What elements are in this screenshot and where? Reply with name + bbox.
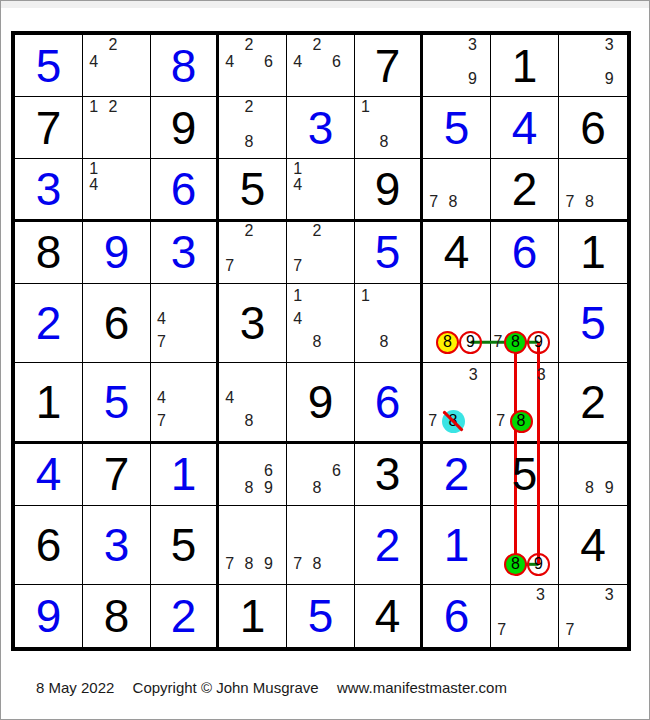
cell-r6c3[interactable]: 47 bbox=[151, 363, 219, 444]
empty-candidate-slot bbox=[393, 116, 412, 133]
cell-r2c7[interactable]: 5 bbox=[423, 97, 491, 159]
cell-r9c8[interactable]: 37 bbox=[491, 585, 559, 647]
cell-r5c3[interactable]: 47 bbox=[151, 284, 219, 363]
given-digit: 8 bbox=[83, 585, 150, 647]
candidate-2[interactable]: 2 bbox=[307, 36, 326, 53]
empty-candidate-slot bbox=[103, 133, 122, 150]
cell-r5c8[interactable]: 789 bbox=[491, 284, 559, 363]
candidate-8[interactable]: 8 bbox=[443, 194, 462, 211]
solved-digit: 5 bbox=[559, 284, 627, 362]
empty-candidate-slot bbox=[393, 308, 412, 331]
empty-candidate-slot bbox=[375, 285, 394, 308]
candidate-7[interactable]: 7 bbox=[424, 410, 442, 433]
given-digit: 2 bbox=[559, 363, 627, 441]
empty-candidate-slot bbox=[531, 604, 550, 622]
cell-r2c9[interactable]: 6 bbox=[559, 97, 627, 159]
empty-candidate-slot bbox=[327, 257, 346, 274]
empty-candidate-slot bbox=[463, 194, 482, 211]
empty-candidate-slot bbox=[327, 240, 346, 257]
cell-r5c7[interactable]: 89 bbox=[423, 284, 491, 363]
solved-digit: 3 bbox=[83, 506, 150, 584]
empty-candidate-slot bbox=[393, 285, 412, 308]
cell-r2c3[interactable]: 9 bbox=[151, 97, 219, 159]
cell-r3c5[interactable]: 14 bbox=[287, 159, 355, 221]
given-digit: 6 bbox=[15, 506, 82, 584]
pencil-marks: 378 bbox=[491, 363, 558, 441]
empty-candidate-slot bbox=[580, 604, 600, 622]
empty-candidate-slot bbox=[560, 71, 580, 88]
given-digit: 9 bbox=[287, 363, 354, 441]
pencil-marks: 28 bbox=[219, 97, 286, 158]
cell-r5c6[interactable]: 18 bbox=[355, 284, 423, 363]
candidate-8[interactable]: 8 bbox=[307, 331, 326, 354]
empty-candidate-slot bbox=[599, 445, 619, 462]
cell-r1c7[interactable]: 39 bbox=[423, 35, 491, 97]
empty-candidate-slot bbox=[580, 462, 600, 479]
empty-candidate-slot bbox=[189, 331, 208, 354]
empty-candidate-slot bbox=[599, 621, 619, 639]
cell-r4c8[interactable]: 6 bbox=[491, 222, 559, 284]
empty-candidate-slot bbox=[288, 223, 307, 240]
candidate-3[interactable]: 3 bbox=[463, 36, 482, 53]
candidate-7[interactable]: 7 bbox=[492, 621, 511, 639]
pencil-marks: 47 bbox=[151, 363, 216, 441]
empty-candidate-slot bbox=[171, 364, 190, 387]
cell-r3c3[interactable]: 6 bbox=[151, 159, 219, 221]
cell-r4c9[interactable]: 1 bbox=[559, 222, 627, 284]
candidate-8[interactable]: 8 bbox=[375, 133, 394, 150]
empty-candidate-slot bbox=[531, 621, 550, 639]
empty-candidate-slot bbox=[599, 462, 619, 479]
ring-circle-mark: 9 bbox=[459, 331, 482, 354]
empty-candidate-slot bbox=[288, 331, 307, 354]
candidate-3[interactable]: 3 bbox=[599, 586, 619, 604]
cell-r2c1[interactable]: 7 bbox=[15, 97, 83, 159]
empty-candidate-slot bbox=[259, 223, 278, 240]
candidate-7[interactable]: 7 bbox=[220, 553, 239, 576]
cell-r6c7[interactable]: 378 bbox=[423, 363, 491, 444]
solved-digit: 1 bbox=[423, 506, 490, 584]
candidate-7[interactable]: 7 bbox=[492, 410, 510, 433]
cell-r8c2[interactable]: 3 bbox=[83, 506, 151, 585]
candidate-8[interactable]: 8 bbox=[375, 331, 394, 354]
empty-candidate-slot bbox=[327, 553, 346, 576]
empty-candidate-slot bbox=[424, 53, 443, 70]
candidate-4[interactable]: 4 bbox=[152, 387, 171, 410]
candidate-4[interactable]: 4 bbox=[152, 308, 171, 331]
footer-copyright: Copyright © John Musgrave bbox=[133, 679, 319, 696]
empty-candidate-slot bbox=[580, 177, 600, 194]
empty-candidate-slot bbox=[220, 410, 239, 433]
cell-r2c8[interactable]: 4 bbox=[491, 97, 559, 159]
empty-candidate-slot bbox=[123, 160, 142, 177]
cell-r7c7[interactable]: 2 bbox=[423, 444, 491, 506]
cell-r4c4[interactable]: 27 bbox=[219, 222, 287, 284]
cell-r3c4[interactable]: 5 bbox=[219, 159, 287, 221]
pencil-marks: 14 bbox=[83, 159, 150, 218]
ring-circle-mark: 9 bbox=[527, 331, 550, 354]
candidate-1[interactable]: 1 bbox=[356, 285, 375, 308]
candidate-7[interactable]: 7 bbox=[288, 257, 307, 274]
candidate-2[interactable]: 2 bbox=[239, 98, 258, 115]
cell-r7c8[interactable]: 5 bbox=[491, 444, 559, 506]
candidate-7[interactable]: 7 bbox=[424, 194, 443, 211]
cell-r1c9[interactable]: 39 bbox=[559, 35, 627, 97]
candidate-6[interactable]: 6 bbox=[327, 53, 346, 70]
candidate-9[interactable]: 9 bbox=[459, 331, 482, 354]
empty-candidate-slot bbox=[560, 462, 580, 479]
empty-candidate-slot bbox=[288, 530, 307, 553]
cell-r7c1[interactable]: 4 bbox=[15, 444, 83, 506]
pencil-marks: 689 bbox=[219, 444, 286, 505]
cell-r6c9[interactable]: 2 bbox=[559, 363, 627, 444]
cell-r4c3[interactable]: 3 bbox=[151, 222, 219, 284]
candidate-9[interactable]: 9 bbox=[527, 331, 550, 354]
cell-r7c5[interactable]: 68 bbox=[287, 444, 355, 506]
empty-candidate-slot bbox=[463, 53, 482, 70]
candidate-7[interactable]: 7 bbox=[152, 410, 171, 433]
empty-candidate-slot bbox=[436, 308, 459, 331]
candidate-9[interactable]: 9 bbox=[599, 71, 619, 88]
solved-digit: 3 bbox=[287, 97, 354, 158]
candidate-6[interactable]: 6 bbox=[327, 462, 346, 479]
cell-r1c6[interactable]: 7 bbox=[355, 35, 423, 97]
candidate-3[interactable]: 3 bbox=[531, 586, 550, 604]
empty-candidate-slot bbox=[259, 116, 278, 133]
empty-candidate-slot bbox=[171, 331, 190, 354]
footer: 8 May 2022 Copyright © John Musgrave www… bbox=[36, 679, 521, 696]
cell-r5c1[interactable]: 2 bbox=[15, 284, 83, 363]
candidate-7[interactable]: 7 bbox=[152, 331, 171, 354]
empty-candidate-slot bbox=[424, 387, 442, 410]
empty-candidate-slot bbox=[504, 507, 527, 530]
candidate-1[interactable]: 1 bbox=[356, 98, 375, 115]
footer-website[interactable]: www.manifestmaster.com bbox=[337, 679, 507, 696]
empty-candidate-slot bbox=[424, 308, 436, 331]
empty-candidate-slot bbox=[307, 71, 326, 88]
pencil-marks: 47 bbox=[151, 284, 216, 362]
empty-candidate-slot bbox=[239, 387, 258, 410]
candidate-3[interactable]: 3 bbox=[533, 364, 551, 387]
cell-r8c3[interactable]: 5 bbox=[151, 506, 219, 585]
empty-candidate-slot bbox=[599, 177, 619, 194]
empty-candidate-slot bbox=[327, 71, 346, 88]
candidate-4[interactable]: 4 bbox=[288, 308, 307, 331]
given-digit: 7 bbox=[83, 444, 150, 505]
candidate-8[interactable]: 8 bbox=[239, 479, 258, 496]
empty-candidate-slot bbox=[580, 586, 600, 604]
empty-candidate-slot bbox=[492, 387, 510, 410]
elimination-slash-icon bbox=[442, 411, 463, 432]
cell-r9c2[interactable]: 8 bbox=[83, 585, 151, 647]
candidate-9[interactable]: 9 bbox=[259, 479, 278, 496]
cell-r9c1[interactable]: 9 bbox=[15, 585, 83, 647]
empty-candidate-slot bbox=[459, 308, 482, 331]
cell-r9c9[interactable]: 37 bbox=[559, 585, 627, 647]
cell-r1c1[interactable]: 5 bbox=[15, 35, 83, 97]
candidate-1[interactable]: 1 bbox=[84, 98, 103, 115]
cell-r3c6[interactable]: 9 bbox=[355, 159, 423, 221]
candidate-8[interactable]: 8 bbox=[307, 553, 326, 576]
solved-digit: 3 bbox=[151, 222, 216, 283]
empty-candidate-slot bbox=[220, 223, 239, 240]
empty-candidate-slot bbox=[239, 257, 258, 274]
candidate-8[interactable]: 8 bbox=[580, 479, 600, 496]
empty-candidate-slot bbox=[220, 507, 239, 530]
empty-candidate-slot bbox=[220, 530, 239, 553]
empty-candidate-slot bbox=[288, 71, 307, 88]
candidate-8[interactable]: 8 bbox=[504, 553, 527, 576]
empty-candidate-slot bbox=[442, 364, 465, 387]
candidate-1[interactable]: 1 bbox=[288, 285, 307, 308]
empty-candidate-slot bbox=[580, 621, 600, 639]
empty-candidate-slot bbox=[239, 116, 258, 133]
empty-candidate-slot bbox=[327, 160, 346, 177]
cell-r6c1[interactable]: 1 bbox=[15, 363, 83, 444]
candidate-2[interactable]: 2 bbox=[103, 98, 122, 115]
empty-candidate-slot bbox=[527, 308, 550, 331]
cell-r9c5[interactable]: 5 bbox=[287, 585, 355, 647]
cell-r2c6[interactable]: 18 bbox=[355, 97, 423, 159]
cell-r6c2[interactable]: 5 bbox=[83, 363, 151, 444]
pencil-marks: 24 bbox=[83, 35, 150, 96]
cell-r9c4[interactable]: 1 bbox=[219, 585, 287, 647]
candidate-7[interactable]: 7 bbox=[560, 621, 580, 639]
empty-candidate-slot bbox=[599, 53, 619, 70]
empty-candidate-slot bbox=[356, 133, 375, 150]
cell-r4c2[interactable]: 9 bbox=[83, 222, 151, 284]
solved-digit: 3 bbox=[15, 159, 82, 218]
empty-candidate-slot bbox=[189, 308, 208, 331]
empty-candidate-slot bbox=[560, 604, 580, 622]
candidate-4[interactable]: 4 bbox=[288, 177, 307, 194]
cell-r2c4[interactable]: 28 bbox=[219, 97, 287, 159]
empty-candidate-slot bbox=[393, 331, 412, 354]
empty-candidate-slot bbox=[288, 479, 307, 496]
candidate-7[interactable]: 7 bbox=[288, 553, 307, 576]
empty-candidate-slot bbox=[492, 285, 504, 308]
candidate-7[interactable]: 7 bbox=[492, 331, 504, 354]
cell-r7c9[interactable]: 89 bbox=[559, 444, 627, 506]
empty-candidate-slot bbox=[492, 507, 504, 530]
candidate-4[interactable]: 4 bbox=[288, 53, 307, 70]
empty-candidate-slot bbox=[560, 160, 580, 177]
cell-r5c4[interactable]: 3 bbox=[219, 284, 287, 363]
cell-r1c3[interactable]: 8 bbox=[151, 35, 219, 97]
cell-r9c6[interactable]: 4 bbox=[355, 585, 423, 647]
cell-r6c8[interactable]: 378 bbox=[491, 363, 559, 444]
empty-candidate-slot bbox=[103, 160, 122, 177]
solved-digit: 9 bbox=[15, 585, 82, 647]
empty-candidate-slot bbox=[259, 133, 278, 150]
empty-candidate-slot bbox=[220, 364, 239, 387]
given-digit: 6 bbox=[559, 97, 627, 158]
solved-digit: 2 bbox=[355, 506, 420, 584]
candidate-8[interactable]: 8 bbox=[239, 133, 258, 150]
pencil-marks: 37 bbox=[559, 585, 627, 647]
empty-candidate-slot bbox=[443, 53, 462, 70]
candidate-9[interactable]: 9 bbox=[527, 553, 550, 576]
cell-r5c5[interactable]: 148 bbox=[287, 284, 355, 363]
candidate-2[interactable]: 2 bbox=[307, 223, 326, 240]
cell-r4c5[interactable]: 27 bbox=[287, 222, 355, 284]
cell-r8c1[interactable]: 6 bbox=[15, 506, 83, 585]
candidate-7[interactable]: 7 bbox=[220, 257, 239, 274]
cell-r3c8[interactable]: 2 bbox=[491, 159, 559, 221]
solved-digit: 4 bbox=[491, 97, 558, 158]
empty-candidate-slot bbox=[103, 116, 122, 133]
cell-r1c5[interactable]: 246 bbox=[287, 35, 355, 97]
given-digit: 3 bbox=[355, 444, 420, 505]
cell-r1c8[interactable]: 1 bbox=[491, 35, 559, 97]
cell-r7c2[interactable]: 7 bbox=[83, 444, 151, 506]
candidate-4[interactable]: 4 bbox=[220, 53, 239, 70]
empty-candidate-slot bbox=[327, 445, 346, 462]
cell-r4c1[interactable]: 8 bbox=[15, 222, 83, 284]
cell-r6c5[interactable]: 9 bbox=[287, 363, 355, 444]
empty-candidate-slot bbox=[220, 133, 239, 150]
candidate-9[interactable]: 9 bbox=[259, 553, 278, 576]
cell-r9c7[interactable]: 6 bbox=[423, 585, 491, 647]
cell-r6c4[interactable]: 48 bbox=[219, 363, 287, 444]
solved-digit: 6 bbox=[355, 363, 420, 441]
given-digit: 7 bbox=[355, 35, 420, 96]
empty-candidate-slot bbox=[424, 364, 442, 387]
empty-candidate-slot bbox=[259, 410, 278, 433]
empty-candidate-slot bbox=[152, 285, 171, 308]
sudoku-board: 5248246246739139712928318546314651497827… bbox=[11, 31, 631, 651]
candidate-8[interactable]: 8 bbox=[436, 331, 459, 354]
given-digit: 4 bbox=[559, 506, 627, 584]
candidate-7[interactable]: 7 bbox=[560, 194, 580, 211]
candidate-9[interactable]: 9 bbox=[463, 71, 482, 88]
candidate-9[interactable]: 9 bbox=[599, 479, 619, 496]
empty-candidate-slot bbox=[220, 36, 239, 53]
candidate-8[interactable]: 8 bbox=[504, 331, 527, 354]
cell-r2c5[interactable]: 3 bbox=[287, 97, 355, 159]
candidate-8[interactable]: 8 bbox=[239, 553, 258, 576]
candidate-2[interactable]: 2 bbox=[103, 36, 122, 53]
cell-r2c2[interactable]: 12 bbox=[83, 97, 151, 159]
candidate-4[interactable]: 4 bbox=[84, 53, 103, 70]
empty-candidate-slot bbox=[288, 445, 307, 462]
cell-r7c4[interactable]: 689 bbox=[219, 444, 287, 506]
empty-candidate-slot bbox=[580, 445, 600, 462]
candidate-8[interactable]: 8 bbox=[510, 410, 533, 433]
cell-r8c6[interactable]: 2 bbox=[355, 506, 423, 585]
empty-candidate-slot bbox=[327, 331, 346, 354]
empty-candidate-slot bbox=[220, 98, 239, 115]
empty-candidate-slot bbox=[239, 507, 258, 530]
empty-candidate-slot bbox=[492, 553, 504, 576]
empty-candidate-slot bbox=[103, 194, 122, 211]
cell-r8c4[interactable]: 789 bbox=[219, 506, 287, 585]
cell-r5c9[interactable]: 5 bbox=[559, 284, 627, 363]
empty-candidate-slot bbox=[560, 479, 580, 496]
candidate-1[interactable]: 1 bbox=[84, 160, 103, 177]
given-digit: 2 bbox=[491, 159, 558, 218]
solved-digit: 9 bbox=[83, 222, 150, 283]
pencil-marks: 246 bbox=[287, 35, 354, 96]
empty-candidate-slot bbox=[307, 445, 326, 462]
empty-candidate-slot bbox=[288, 507, 307, 530]
empty-candidate-slot bbox=[84, 36, 103, 53]
empty-candidate-slot bbox=[103, 71, 122, 88]
cell-r8c8[interactable]: 89 bbox=[491, 506, 559, 585]
candidate-6[interactable]: 6 bbox=[259, 462, 278, 479]
candidate-8[interactable]: 8 bbox=[580, 194, 600, 211]
cell-r6c6[interactable]: 6 bbox=[355, 363, 423, 444]
yellow-circle-mark: 8 bbox=[436, 331, 459, 354]
cell-r3c2[interactable]: 14 bbox=[83, 159, 151, 221]
cell-r8c5[interactable]: 78 bbox=[287, 506, 355, 585]
candidate-1[interactable]: 1 bbox=[288, 160, 307, 177]
cell-r3c9[interactable]: 78 bbox=[559, 159, 627, 221]
cell-r9c3[interactable]: 2 bbox=[151, 585, 219, 647]
cell-r5c2[interactable]: 6 bbox=[83, 284, 151, 363]
empty-candidate-slot bbox=[123, 177, 142, 194]
candidate-3[interactable]: 3 bbox=[599, 36, 619, 53]
candidate-8[interactable]: 8 bbox=[239, 410, 258, 433]
solved-digit: 2 bbox=[15, 284, 82, 362]
cell-r7c6[interactable]: 3 bbox=[355, 444, 423, 506]
solved-digit: 5 bbox=[15, 35, 82, 96]
empty-candidate-slot bbox=[527, 507, 550, 530]
given-digit: 4 bbox=[423, 222, 490, 283]
solved-digit: 5 bbox=[83, 363, 150, 441]
given-digit: 4 bbox=[355, 585, 420, 647]
cell-r4c6[interactable]: 5 bbox=[355, 222, 423, 284]
candidate-8[interactable]: 8 bbox=[442, 410, 465, 433]
cell-r4c7[interactable]: 4 bbox=[423, 222, 491, 284]
empty-candidate-slot bbox=[220, 116, 239, 133]
empty-candidate-slot bbox=[424, 36, 443, 53]
cell-r8c9[interactable]: 4 bbox=[559, 506, 627, 585]
candidate-4[interactable]: 4 bbox=[220, 387, 239, 410]
empty-candidate-slot bbox=[492, 530, 504, 553]
candidate-2[interactable]: 2 bbox=[239, 36, 258, 53]
candidate-4[interactable]: 4 bbox=[84, 177, 103, 194]
empty-candidate-slot bbox=[123, 53, 142, 70]
empty-candidate-slot bbox=[560, 36, 580, 53]
empty-candidate-slot bbox=[424, 160, 443, 177]
solved-digit: 4 bbox=[15, 444, 82, 505]
cell-r3c1[interactable]: 3 bbox=[15, 159, 83, 221]
cell-r7c3[interactable]: 1 bbox=[151, 444, 219, 506]
empty-candidate-slot bbox=[239, 462, 258, 479]
candidate-6[interactable]: 6 bbox=[259, 53, 278, 70]
empty-candidate-slot bbox=[511, 604, 530, 622]
given-digit: 9 bbox=[355, 159, 420, 218]
candidate-3[interactable]: 3 bbox=[465, 364, 483, 387]
empty-candidate-slot bbox=[84, 133, 103, 150]
empty-candidate-slot bbox=[220, 445, 239, 462]
pencil-marks: 39 bbox=[423, 35, 490, 96]
empty-candidate-slot bbox=[307, 285, 326, 308]
cell-r8c7[interactable]: 1 bbox=[423, 506, 491, 585]
cell-r3c7[interactable]: 78 bbox=[423, 159, 491, 221]
empty-candidate-slot bbox=[560, 586, 580, 604]
pencil-marks: 89 bbox=[491, 506, 558, 584]
empty-candidate-slot bbox=[84, 194, 103, 211]
empty-candidate-slot bbox=[442, 387, 465, 410]
empty-candidate-slot bbox=[560, 53, 580, 70]
candidate-2[interactable]: 2 bbox=[239, 223, 258, 240]
cell-r1c2[interactable]: 24 bbox=[83, 35, 151, 97]
cell-r1c4[interactable]: 246 bbox=[219, 35, 287, 97]
candidate-8[interactable]: 8 bbox=[307, 479, 326, 496]
given-digit: 8 bbox=[15, 222, 82, 283]
